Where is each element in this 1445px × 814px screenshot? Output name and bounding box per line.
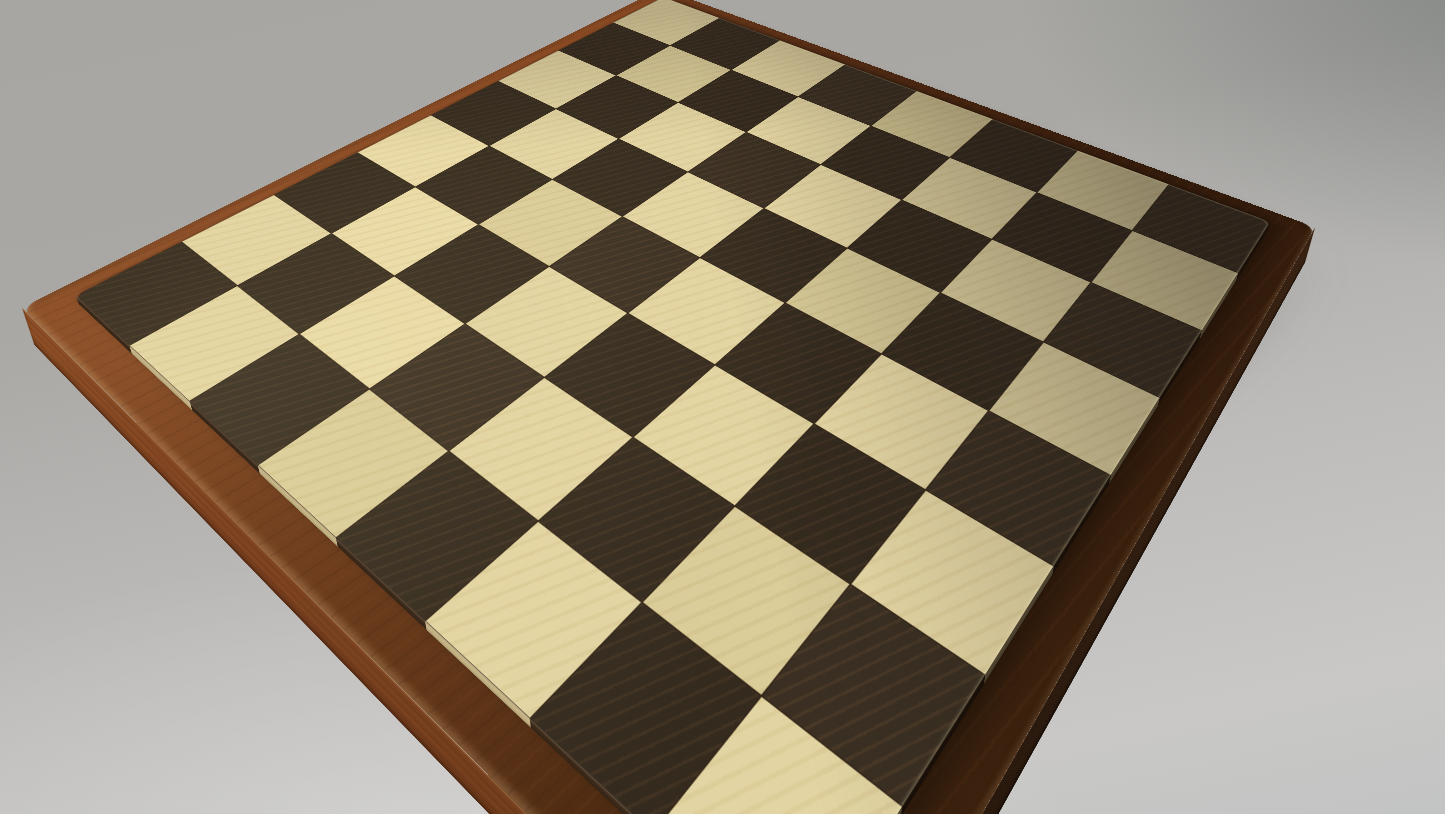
board-frame-top [22, 0, 1315, 814]
board-3d-scene [0, 0, 1445, 814]
playing-surface-panel [76, 0, 1270, 814]
chessboard [34, 16, 1305, 814]
photo-stage [0, 0, 1445, 814]
board-grid [76, 0, 1270, 814]
